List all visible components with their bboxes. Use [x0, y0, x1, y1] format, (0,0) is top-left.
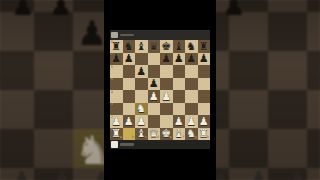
piece-black-rook: ♜	[199, 41, 209, 52]
square-b6[interactable]	[123, 65, 136, 78]
square-e3[interactable]	[160, 103, 173, 116]
square-c6[interactable]: ♟	[135, 65, 148, 78]
square-d5[interactable]: ♟	[148, 78, 161, 91]
square-d8[interactable]: ♛	[148, 40, 161, 53]
square-c3[interactable]: ♞	[135, 103, 148, 116]
file-label: a	[120, 136, 122, 140]
square-h6[interactable]	[198, 65, 211, 78]
square-f6[interactable]	[173, 65, 186, 78]
rank-label: 4	[111, 91, 113, 95]
square-h5[interactable]	[198, 78, 211, 91]
square-c7[interactable]	[135, 53, 148, 66]
square-b4[interactable]	[123, 90, 136, 103]
square-d1[interactable]: d♛	[148, 128, 161, 141]
square-d7[interactable]	[148, 53, 161, 66]
square-f1[interactable]: f♝	[173, 128, 186, 141]
piece-black-pawn: ♟	[124, 53, 134, 64]
rank-label: 8	[111, 41, 113, 45]
square-d2[interactable]	[148, 115, 161, 128]
square-d6[interactable]	[148, 65, 161, 78]
rank-label: 2	[111, 116, 113, 120]
square-c5[interactable]	[135, 78, 148, 91]
square-b3[interactable]	[123, 103, 136, 116]
square-g3[interactable]	[185, 103, 198, 116]
piece-black-king: ♚	[161, 41, 171, 52]
rank-label: 6	[111, 66, 113, 70]
piece-black-bishop: ♝	[136, 41, 146, 52]
rank-label: 1	[111, 128, 113, 132]
square-b8[interactable]: ♞	[123, 40, 136, 53]
square-e6[interactable]	[160, 65, 173, 78]
square-c2[interactable]: ♟	[135, 115, 148, 128]
piece-black-queen: ♛	[149, 41, 159, 52]
square-g6[interactable]	[185, 65, 198, 78]
square-a7[interactable]: 7♟	[110, 53, 123, 66]
square-h3[interactable]	[198, 103, 211, 116]
square-f8[interactable]: ♝	[173, 40, 186, 53]
square-g1[interactable]: g♞	[185, 128, 198, 141]
square-f5[interactable]	[173, 78, 186, 91]
piece-black-pawn: ♟	[186, 53, 196, 64]
piece-white-pawn: ♟	[136, 116, 146, 127]
square-g4[interactable]	[185, 90, 198, 103]
piece-black-knight: ♞	[124, 41, 134, 52]
square-a8[interactable]: 8♜	[110, 40, 123, 53]
square-c8[interactable]: ♝	[135, 40, 148, 53]
square-g7[interactable]: ♟	[185, 53, 198, 66]
piece-white-pawn: ♟	[161, 91, 171, 102]
piece-black-pawn: ♟	[136, 66, 146, 77]
square-g5[interactable]	[185, 78, 198, 91]
piece-white-pawn: ♟	[186, 116, 196, 127]
square-a5[interactable]: 5	[110, 78, 123, 91]
square-a2[interactable]: 2♟	[110, 115, 123, 128]
square-a6[interactable]: 6	[110, 65, 123, 78]
square-b1[interactable]: b	[123, 128, 136, 141]
square-h4[interactable]	[198, 90, 211, 103]
avatar-icon	[111, 32, 118, 39]
square-h1[interactable]: h♜	[198, 128, 211, 141]
video-frame: ♟♟♟♟♞♟♟♟♟♟♟ 8♜♞♝♛♚♝♞♜7♟♟♟♟♟♟6♟5♟4♟♟3♞2♟♟…	[0, 0, 320, 180]
piece-black-pawn: ♟	[161, 53, 171, 64]
square-c1[interactable]: c♝	[135, 128, 148, 141]
chess-board[interactable]: 8♜♞♝♛♚♝♞♜7♟♟♟♟♟♟6♟5♟4♟♟3♞2♟♟♟♟♟♟1a♜bc♝d♛…	[110, 40, 210, 140]
file-label: g	[195, 136, 197, 140]
square-f3[interactable]	[173, 103, 186, 116]
square-a1[interactable]: 1a♜	[110, 128, 123, 141]
player-name-bottom	[120, 143, 134, 146]
square-f7[interactable]: ♟	[173, 53, 186, 66]
piece-white-pawn: ♟	[149, 91, 159, 102]
square-f2[interactable]: ♟	[173, 115, 186, 128]
avatar-icon	[111, 141, 118, 148]
square-a3[interactable]: 3	[110, 103, 123, 116]
rank-label: 7	[111, 53, 113, 57]
player-bar-bottom	[110, 140, 210, 149]
piece-black-bishop: ♝	[174, 41, 184, 52]
square-e5[interactable]	[160, 78, 173, 91]
square-a4[interactable]: 4	[110, 90, 123, 103]
player-bar-top	[110, 30, 210, 40]
square-b7[interactable]: ♟	[123, 53, 136, 66]
square-e4[interactable]: ♟	[160, 90, 173, 103]
square-e8[interactable]: ♚	[160, 40, 173, 53]
piece-white-pawn: ♟	[124, 116, 134, 127]
square-h2[interactable]: ♟	[198, 115, 211, 128]
rank-label: 5	[111, 78, 113, 82]
file-label: e	[170, 136, 172, 140]
square-h8[interactable]: ♜	[198, 40, 211, 53]
piece-black-pawn: ♟	[149, 78, 159, 89]
square-d3[interactable]	[148, 103, 161, 116]
piece-white-pawn: ♟	[174, 116, 184, 127]
square-e2[interactable]	[160, 115, 173, 128]
file-label: b	[132, 136, 134, 140]
piece-black-knight: ♞	[186, 41, 196, 52]
square-b5[interactable]	[123, 78, 136, 91]
player-name-top	[120, 34, 134, 37]
square-f4[interactable]	[173, 90, 186, 103]
square-e1[interactable]: e♚	[160, 128, 173, 141]
rank-label: 3	[111, 103, 113, 107]
square-c4[interactable]	[135, 90, 148, 103]
piece-black-pawn: ♟	[199, 53, 209, 64]
piece-black-pawn: ♟	[174, 53, 184, 64]
square-e7[interactable]: ♟	[160, 53, 173, 66]
piece-white-knight: ♞	[136, 103, 146, 114]
square-d4[interactable]: ♟	[148, 90, 161, 103]
square-g8[interactable]: ♞	[185, 40, 198, 53]
piece-white-pawn: ♟	[199, 116, 209, 127]
video-column: 8♜♞♝♛♚♝♞♜7♟♟♟♟♟♟6♟5♟4♟♟3♞2♟♟♟♟♟♟1a♜bc♝d♛…	[104, 0, 216, 180]
file-label: h	[207, 136, 209, 140]
square-g2[interactable]: ♟	[185, 115, 198, 128]
square-h7[interactable]: ♟	[198, 53, 211, 66]
square-b2[interactable]: ♟	[123, 115, 136, 128]
file-label: d	[157, 136, 159, 140]
